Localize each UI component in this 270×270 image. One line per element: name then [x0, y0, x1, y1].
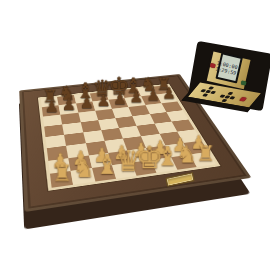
- piece-white-rook-h1[interactable]: ♜: [195, 143, 215, 164]
- piece-black-pawn-e7[interactable]: ♟: [111, 91, 128, 107]
- piece-black-pawn-c7[interactable]: ♟: [78, 95, 95, 111]
- piece-white-knight-b1[interactable]: ♞: [73, 157, 94, 182]
- square-b1[interactable]: ♞: [71, 168, 95, 185]
- piece-white-rook-a1[interactable]: ♜: [52, 162, 74, 185]
- red-button-2[interactable]: [239, 97, 247, 101]
- lcd-screen: 1:00:00 1:29:59: [218, 55, 241, 81]
- piece-black-pawn-a7[interactable]: ♟: [43, 98, 60, 114]
- piece-black-pawn-d7[interactable]: ♟: [95, 93, 112, 109]
- piece-black-pawn-g7[interactable]: ♟: [144, 87, 161, 103]
- square-g4[interactable]: [154, 122, 177, 134]
- square-a1[interactable]: ♜: [50, 171, 74, 188]
- piece-black-pawn-h7[interactable]: ♟: [160, 86, 177, 101]
- piece-black-pawn-f7[interactable]: ♟: [128, 89, 145, 105]
- keypad-key[interactable]: [210, 91, 216, 94]
- square-a5[interactable]: [44, 124, 64, 137]
- piece-white-bishop-c1[interactable]: ♝: [94, 152, 115, 179]
- keypad-key[interactable]: [202, 93, 208, 96]
- keypad-left: [197, 86, 220, 98]
- square-f5[interactable]: [133, 114, 155, 126]
- product-photo: ♜♞♝♛♚♝♞♜♟♟♟♟♟♟♟♟♟♟♟♟♟♟♟♟♜♞♝♛♚♝♞♜ 1:00:00…: [0, 0, 270, 270]
- keypad-key[interactable]: [229, 96, 235, 99]
- square-c1[interactable]: ♝: [91, 165, 115, 182]
- piece-black-pawn-b7[interactable]: ♟: [60, 96, 77, 112]
- square-c5[interactable]: [80, 120, 101, 132]
- keypad-key[interactable]: [221, 99, 227, 102]
- green-button[interactable]: [241, 80, 247, 85]
- square-h5[interactable]: [166, 110, 188, 122]
- square-b7[interactable]: ♟: [59, 104, 78, 115]
- keypad-right: [216, 91, 239, 103]
